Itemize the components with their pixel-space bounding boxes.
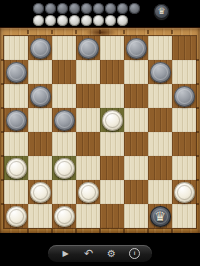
bottom-bar: ▶ ↶ ⚙ i	[0, 233, 200, 266]
settings-button[interactable]: ⚙	[104, 246, 120, 261]
gear-icon: ⚙	[107, 248, 116, 259]
square-6-7[interactable]	[172, 180, 196, 204]
dark-piece[interactable]	[126, 38, 147, 59]
square-5-6[interactable]	[148, 156, 172, 180]
king-piece[interactable]: ♛	[150, 206, 171, 227]
square-2-5[interactable]	[124, 84, 148, 108]
square-3-4[interactable]	[100, 108, 124, 132]
square-4-1[interactable]	[28, 132, 52, 156]
square-0-0[interactable]	[4, 36, 28, 60]
square-0-7[interactable]	[172, 36, 196, 60]
square-6-1[interactable]	[28, 180, 52, 204]
dark-tray-disc	[117, 3, 128, 14]
light-tray-disc	[33, 15, 44, 26]
crown-icon: ♛	[157, 7, 165, 16]
square-6-5[interactable]	[124, 180, 148, 204]
square-3-5[interactable]	[124, 108, 148, 132]
square-4-5[interactable]	[124, 132, 148, 156]
square-7-3[interactable]	[76, 204, 100, 228]
square-7-1[interactable]	[28, 204, 52, 228]
turn-indicator: ♛	[154, 4, 169, 19]
light-piece[interactable]	[54, 206, 75, 227]
square-0-6[interactable]	[148, 36, 172, 60]
dark-tray-disc	[57, 3, 68, 14]
square-3-0[interactable]	[4, 108, 28, 132]
light-piece[interactable]	[6, 158, 27, 179]
light-tray-disc	[93, 15, 104, 26]
square-1-2[interactable]	[52, 60, 76, 84]
square-1-4[interactable]	[100, 60, 124, 84]
square-4-6[interactable]	[148, 132, 172, 156]
dark-tray-disc	[45, 3, 56, 14]
light-piece[interactable]	[30, 182, 51, 203]
square-7-7[interactable]	[172, 204, 196, 228]
square-6-0[interactable]	[4, 180, 28, 204]
light-tray-disc	[105, 15, 116, 26]
square-0-1[interactable]	[28, 36, 52, 60]
light-piece[interactable]	[174, 182, 195, 203]
dark-piece[interactable]	[78, 38, 99, 59]
square-5-3[interactable]	[76, 156, 100, 180]
light-tray-disc	[57, 15, 68, 26]
square-5-1[interactable]	[28, 156, 52, 180]
square-2-3[interactable]	[76, 84, 100, 108]
light-tray-disc	[117, 15, 128, 26]
app-screen: ♛ ♛ ▶ ↶ ⚙ i	[0, 0, 200, 266]
play-button[interactable]: ▶	[58, 246, 74, 261]
light-piece[interactable]	[54, 158, 75, 179]
dark-tray-disc	[93, 3, 104, 14]
tray-row-light	[33, 15, 140, 26]
light-tray-disc	[69, 15, 80, 26]
dark-tray-disc	[69, 3, 80, 14]
square-7-0[interactable]	[4, 204, 28, 228]
square-7-4[interactable]	[100, 204, 124, 228]
dark-tray-disc	[33, 3, 44, 14]
light-piece[interactable]	[102, 110, 123, 131]
square-3-7[interactable]	[172, 108, 196, 132]
square-2-0[interactable]	[4, 84, 28, 108]
square-1-3[interactable]	[76, 60, 100, 84]
square-6-2[interactable]	[52, 180, 76, 204]
square-1-5[interactable]	[124, 60, 148, 84]
square-3-6[interactable]	[148, 108, 172, 132]
square-5-5[interactable]	[124, 156, 148, 180]
tray-row-dark	[33, 3, 140, 14]
square-4-7[interactable]	[172, 132, 196, 156]
square-3-3[interactable]	[76, 108, 100, 132]
info-icon: i	[129, 248, 140, 259]
toolbar: ▶ ↶ ⚙ i	[48, 245, 152, 262]
square-6-6[interactable]	[148, 180, 172, 204]
square-3-2[interactable]	[52, 108, 76, 132]
square-0-4[interactable]	[100, 36, 124, 60]
square-2-4[interactable]	[100, 84, 124, 108]
square-1-6[interactable]	[148, 60, 172, 84]
board-frame: ♛	[0, 27, 200, 233]
info-button[interactable]: i	[127, 246, 143, 261]
square-5-7[interactable]	[172, 156, 196, 180]
board-grid: ♛	[4, 36, 196, 228]
dark-piece[interactable]	[174, 86, 195, 107]
square-1-1[interactable]	[28, 60, 52, 84]
square-2-1[interactable]	[28, 84, 52, 108]
dark-tray-disc	[81, 3, 92, 14]
square-5-4[interactable]	[100, 156, 124, 180]
square-3-1[interactable]	[28, 108, 52, 132]
square-6-4[interactable]	[100, 180, 124, 204]
square-5-2[interactable]	[52, 156, 76, 180]
square-7-5[interactable]	[124, 204, 148, 228]
square-2-6[interactable]	[148, 84, 172, 108]
dark-piece[interactable]	[6, 110, 27, 131]
square-0-2[interactable]	[52, 36, 76, 60]
light-piece[interactable]	[6, 206, 27, 227]
square-4-4[interactable]	[100, 132, 124, 156]
square-2-2[interactable]	[52, 84, 76, 108]
dark-piece[interactable]	[150, 62, 171, 83]
dark-tray-disc	[129, 3, 140, 14]
dark-piece[interactable]	[30, 38, 51, 59]
square-7-6[interactable]: ♛	[148, 204, 172, 228]
square-2-7[interactable]	[172, 84, 196, 108]
square-6-3[interactable]	[76, 180, 100, 204]
square-4-2[interactable]	[52, 132, 76, 156]
dark-piece[interactable]	[30, 86, 51, 107]
square-5-0[interactable]	[4, 156, 28, 180]
dark-piece[interactable]	[54, 110, 75, 131]
dark-tray-disc	[105, 3, 116, 14]
undo-icon: ↶	[84, 248, 93, 259]
play-icon: ▶	[62, 249, 68, 259]
light-tray-disc	[81, 15, 92, 26]
square-0-5[interactable]	[124, 36, 148, 60]
square-1-0[interactable]	[4, 60, 28, 84]
square-4-0[interactable]	[4, 132, 28, 156]
square-0-3[interactable]	[76, 36, 100, 60]
square-1-7[interactable]	[172, 60, 196, 84]
light-piece[interactable]	[78, 182, 99, 203]
dark-piece[interactable]	[6, 62, 27, 83]
square-7-2[interactable]	[52, 204, 76, 228]
undo-button[interactable]: ↶	[81, 246, 97, 261]
piece-tray	[33, 3, 140, 27]
light-tray-disc	[45, 15, 56, 26]
crown-icon: ♛	[154, 210, 166, 223]
square-4-3[interactable]	[76, 132, 100, 156]
